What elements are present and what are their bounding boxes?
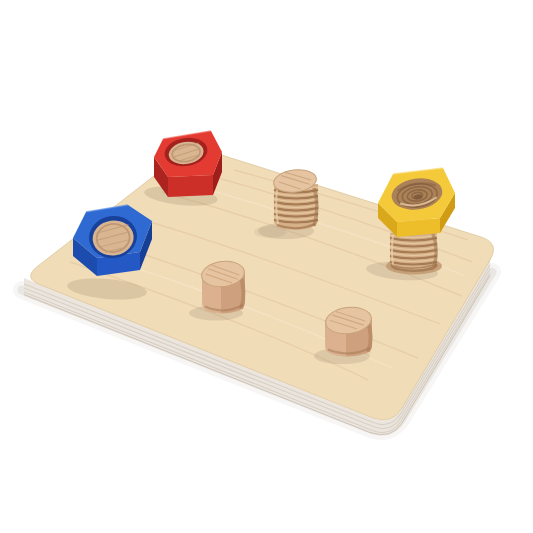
yellow-bolt-left-light <box>392 235 393 264</box>
montessori-screw-board-photo <box>0 0 533 533</box>
red-nut-side-front <box>168 175 213 197</box>
product-photo-canvas <box>0 0 533 533</box>
